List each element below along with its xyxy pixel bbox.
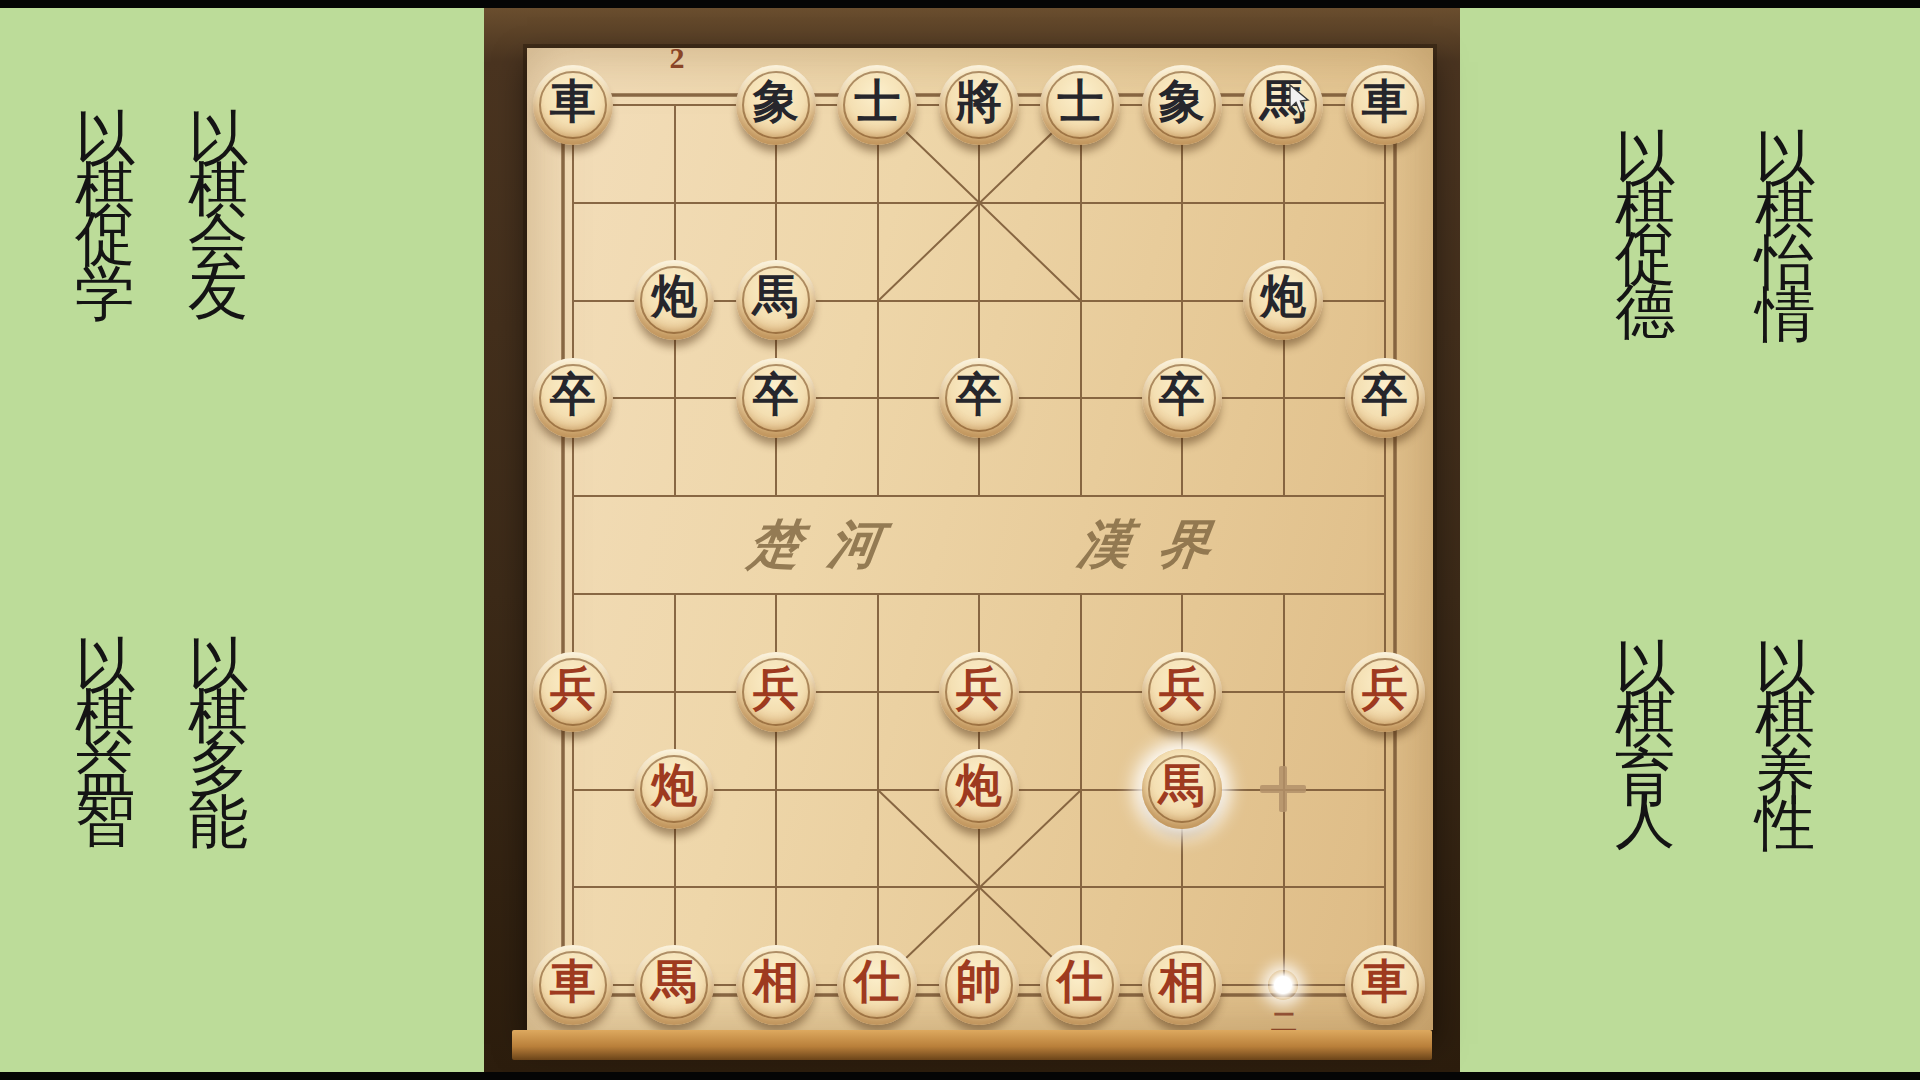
letterbox-top bbox=[0, 0, 1920, 8]
piece-glyph: 相 bbox=[753, 951, 799, 1013]
piece-black-將-r0c4[interactable]: 將 bbox=[939, 65, 1019, 145]
piece-glyph: 相 bbox=[1159, 951, 1205, 1013]
slogan-text: 以棋育人 bbox=[1615, 590, 1675, 798]
piece-glyph: 仕 bbox=[1057, 951, 1103, 1013]
screen: 以棋促学 以棋会友 以棋益智 以棋多能 以棋促德 以棋怡情 以棋育人 以棋养性 bbox=[0, 0, 1920, 1080]
mouse-cursor bbox=[1288, 84, 1312, 116]
piece-glyph: 卒 bbox=[753, 364, 799, 426]
piece-glyph: 兵 bbox=[550, 658, 596, 720]
piece-glyph: 士 bbox=[1057, 71, 1103, 133]
piece-red-仕-r9c3[interactable]: 仕 bbox=[837, 945, 917, 1025]
piece-red-仕-r9c5[interactable]: 仕 bbox=[1040, 945, 1120, 1025]
slogan-text: 以棋多能 bbox=[188, 587, 248, 795]
piece-glyph: 帥 bbox=[956, 951, 1002, 1013]
piece-black-士-r0c5[interactable]: 士 bbox=[1040, 65, 1120, 145]
board-grid: 車象士將士象馬車炮馬炮卒卒卒卒卒兵兵兵兵兵炮炮馬車馬相仕帥仕相車 bbox=[522, 56, 1436, 1034]
piece-glyph: 仕 bbox=[854, 951, 900, 1013]
piece-glyph: 炮 bbox=[956, 755, 1002, 817]
piece-black-炮-r2c1[interactable]: 炮 bbox=[634, 260, 714, 340]
piece-glyph: 馬 bbox=[651, 951, 697, 1013]
piece-glyph: 兵 bbox=[753, 658, 799, 720]
piece-glyph: 炮 bbox=[1260, 266, 1306, 328]
slogan-text: 以棋怡情 bbox=[1755, 80, 1815, 288]
piece-red-炮-r7c4[interactable]: 炮 bbox=[939, 749, 1019, 829]
piece-glyph: 車 bbox=[550, 951, 596, 1013]
board-bottom-shelf bbox=[512, 1030, 1432, 1060]
piece-glyph: 兵 bbox=[1159, 658, 1205, 720]
slogan-text: 以棋促学 bbox=[75, 60, 135, 268]
slogan-text: 以棋会友 bbox=[188, 60, 248, 268]
piece-red-馬-r9c1[interactable]: 馬 bbox=[634, 945, 714, 1025]
piece-black-士-r0c3[interactable]: 士 bbox=[837, 65, 917, 145]
piece-glyph: 炮 bbox=[651, 755, 697, 817]
piece-glyph: 士 bbox=[854, 71, 900, 133]
slogan-text: 以棋益智 bbox=[75, 587, 135, 795]
piece-glyph: 車 bbox=[550, 71, 596, 133]
slogan-text: 以棋促德 bbox=[1615, 80, 1675, 288]
piece-glyph: 馬 bbox=[1159, 755, 1205, 817]
piece-glyph: 卒 bbox=[956, 364, 1002, 426]
piece-red-相-r9c2[interactable]: 相 bbox=[736, 945, 816, 1025]
piece-red-車-r9c8[interactable]: 車 bbox=[1345, 945, 1425, 1025]
piece-black-象-r0c2[interactable]: 象 bbox=[736, 65, 816, 145]
piece-glyph: 兵 bbox=[1362, 658, 1408, 720]
piece-glyph: 卒 bbox=[550, 364, 596, 426]
piece-red-相-r9c6[interactable]: 相 bbox=[1142, 945, 1222, 1025]
piece-black-卒-r3c2[interactable]: 卒 bbox=[736, 358, 816, 438]
move-origin-orb bbox=[1268, 970, 1298, 1000]
piece-glyph: 兵 bbox=[956, 658, 1002, 720]
piece-red-兵-r6c8[interactable]: 兵 bbox=[1345, 652, 1425, 732]
piece-black-車-r0c0[interactable]: 車 bbox=[533, 65, 613, 145]
piece-glyph: 象 bbox=[1159, 71, 1205, 133]
piece-glyph: 炮 bbox=[651, 266, 697, 328]
piece-red-炮-r7c1[interactable]: 炮 bbox=[634, 749, 714, 829]
piece-black-炮-r2c7[interactable]: 炮 bbox=[1243, 260, 1323, 340]
piece-red-兵-r6c0[interactable]: 兵 bbox=[533, 652, 613, 732]
piece-red-兵-r6c6[interactable]: 兵 bbox=[1142, 652, 1222, 732]
piece-red-兵-r6c4[interactable]: 兵 bbox=[939, 652, 1019, 732]
piece-glyph: 卒 bbox=[1362, 364, 1408, 426]
letterbox-bottom bbox=[0, 1072, 1920, 1080]
piece-glyph: 車 bbox=[1362, 71, 1408, 133]
piece-red-帥-r9c4[interactable]: 帥 bbox=[939, 945, 1019, 1025]
piece-black-卒-r3c8[interactable]: 卒 bbox=[1345, 358, 1425, 438]
piece-black-象-r0c6[interactable]: 象 bbox=[1142, 65, 1222, 145]
piece-black-卒-r3c6[interactable]: 卒 bbox=[1142, 358, 1222, 438]
piece-glyph: 馬 bbox=[753, 266, 799, 328]
piece-glyph: 卒 bbox=[1159, 364, 1205, 426]
piece-glyph: 車 bbox=[1362, 951, 1408, 1013]
piece-red-馬-r7c6[interactable]: 馬 bbox=[1142, 749, 1222, 829]
piece-glyph: 象 bbox=[753, 71, 799, 133]
piece-black-馬-r2c2[interactable]: 馬 bbox=[736, 260, 816, 340]
piece-glyph: 將 bbox=[956, 71, 1002, 133]
right-slogan-panel: 以棋促德 以棋怡情 以棋育人 以棋养性 bbox=[1460, 8, 1920, 1072]
slogan-text: 以棋养性 bbox=[1755, 590, 1815, 798]
xiangqi-board[interactable]: 楚河 漢界 2 二 車象士將士象馬車炮馬炮卒卒卒卒卒兵兵兵兵兵炮炮馬車馬相仕帥仕… bbox=[527, 48, 1433, 1030]
move-origin-crosshair bbox=[1260, 766, 1306, 812]
piece-red-兵-r6c2[interactable]: 兵 bbox=[736, 652, 816, 732]
piece-black-卒-r3c0[interactable]: 卒 bbox=[533, 358, 613, 438]
piece-black-卒-r3c4[interactable]: 卒 bbox=[939, 358, 1019, 438]
left-slogan-panel: 以棋促学 以棋会友 以棋益智 以棋多能 bbox=[0, 8, 484, 1072]
piece-black-車-r0c8[interactable]: 車 bbox=[1345, 65, 1425, 145]
piece-red-車-r9c0[interactable]: 車 bbox=[533, 945, 613, 1025]
board-wood-frame: 楚河 漢界 2 二 車象士將士象馬車炮馬炮卒卒卒卒卒兵兵兵兵兵炮炮馬車馬相仕帥仕… bbox=[484, 8, 1460, 1072]
